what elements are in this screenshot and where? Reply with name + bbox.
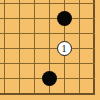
grid-line-horizontal — [0, 18, 95, 19]
grid-line-horizontal — [0, 63, 95, 64]
grid-line-horizontal — [0, 33, 95, 34]
go-board[interactable]: 1 — [0, 0, 100, 100]
black-stone[interactable] — [42, 71, 57, 86]
grid-line-horizontal — [0, 3, 95, 4]
move-number-label: 1 — [62, 43, 67, 53]
grid-line-horizontal — [0, 48, 95, 49]
black-stone[interactable] — [57, 11, 72, 26]
white-stone-move-1[interactable]: 1 — [57, 41, 72, 56]
board-edge-line-bottom — [0, 93, 95, 95]
